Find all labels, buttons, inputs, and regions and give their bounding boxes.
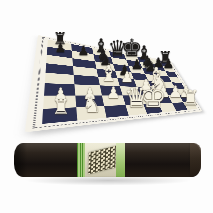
square-b1 xyxy=(77,106,106,121)
chess-set-product-photo[interactable]: ♜♝♛♚♝♜♟♟♟♟♟♟♞♟♞♟♝♟♝♟♞♟♟♟♟♟♟♜♞♛♚♜ xyxy=(0,0,213,213)
tube-label xyxy=(77,143,125,177)
chess-board xyxy=(42,40,197,124)
square-a3 xyxy=(44,83,76,95)
label-green-band-icon xyxy=(116,143,125,177)
square-a1 xyxy=(42,107,78,124)
roll-up-chess-mat xyxy=(25,35,203,132)
chess-carry-tube xyxy=(14,143,201,177)
square-b3 xyxy=(75,85,101,96)
label-green-stripe-icon xyxy=(77,143,85,177)
label-chessboard-icon xyxy=(88,146,116,174)
square-c1 xyxy=(103,105,128,118)
tube-end-cap xyxy=(190,143,201,177)
tube-shadow xyxy=(18,175,198,186)
